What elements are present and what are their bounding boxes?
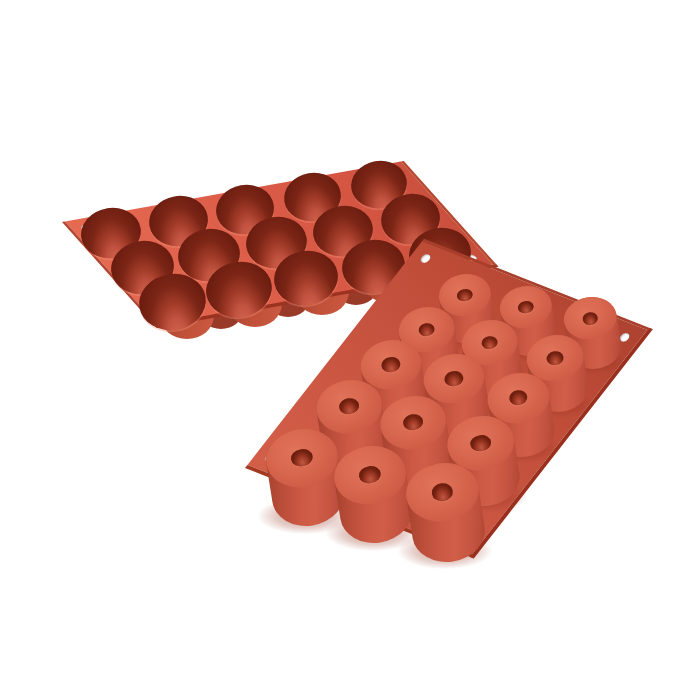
hanging-hole — [419, 253, 433, 264]
product-photo-silicone-mold — [0, 0, 700, 700]
cylinder-cavity — [330, 441, 416, 548]
cylinder-cavity — [401, 458, 489, 567]
